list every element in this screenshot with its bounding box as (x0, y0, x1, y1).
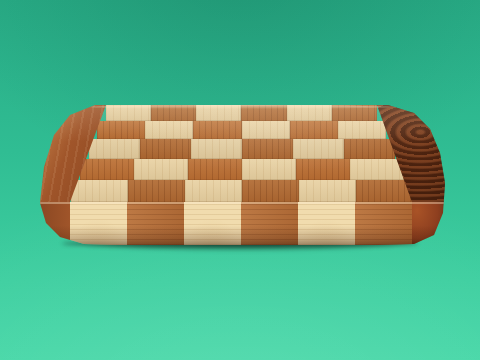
front-edge-stripe (70, 202, 127, 245)
board-square (80, 159, 134, 180)
front-edge-stripe (355, 202, 412, 245)
board-square (145, 121, 193, 139)
board-row (97, 121, 386, 139)
board-square (71, 180, 128, 202)
board-square (299, 180, 356, 202)
board-square (356, 180, 413, 202)
board-square (242, 159, 296, 180)
board-square (134, 159, 188, 180)
board-square (185, 180, 242, 202)
board-square (242, 180, 299, 202)
board-square (89, 139, 140, 159)
board-row (89, 139, 395, 159)
board-square (290, 121, 338, 139)
board-square (350, 159, 404, 180)
front-edge-stripe (241, 202, 298, 245)
board-square (188, 159, 242, 180)
photo-scene (0, 0, 480, 360)
front-edge-stripe (127, 202, 184, 245)
board-square (193, 121, 241, 139)
back-edge-highlight (90, 105, 390, 109)
board-row (71, 180, 413, 202)
board-square (344, 139, 395, 159)
board-row (80, 159, 404, 180)
board-square (242, 139, 293, 159)
board-square (140, 139, 191, 159)
checkerboard-cutting-board (38, 105, 445, 245)
board-square (128, 180, 185, 202)
board-square (242, 121, 290, 139)
board-square (296, 159, 350, 180)
front-edge-stripe (298, 202, 355, 245)
board-square (97, 121, 145, 139)
board-square (293, 139, 344, 159)
board-square (338, 121, 386, 139)
board-front-edge (38, 202, 445, 245)
front-edge-stripe (184, 202, 241, 245)
board-square (191, 139, 242, 159)
